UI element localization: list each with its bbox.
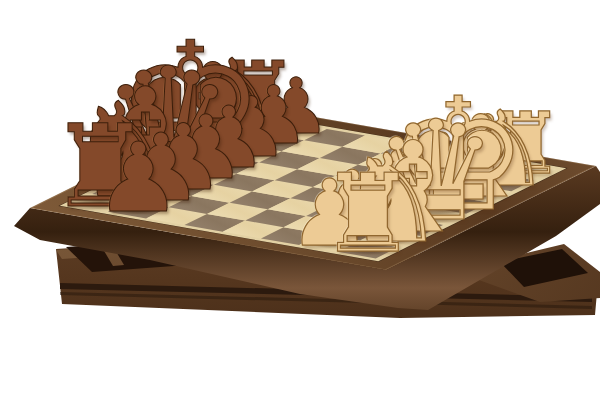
pieces-layer: ♜♞♝♛♚♝♞♜♟♟♟♟♟♟♟♟♟♟♟♟♟♟♟♟♜♞♝♛♚♝♞♜ bbox=[0, 0, 600, 400]
piece-black-pawn-a7[interactable]: ♟ bbox=[95, 131, 181, 227]
chess-set-photo: ♜♞♝♛♚♝♞♜♟♟♟♟♟♟♟♟♟♟♟♟♟♟♟♟♜♞♝♛♚♝♞♜ bbox=[0, 0, 600, 400]
piece-white-rook-a1[interactable]: ♜ bbox=[319, 161, 416, 269]
